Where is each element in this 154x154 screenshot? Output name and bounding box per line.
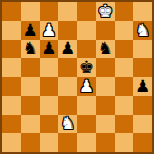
square-g1[interactable] bbox=[115, 133, 134, 152]
square-d7[interactable] bbox=[58, 21, 77, 40]
square-a6[interactable] bbox=[2, 40, 21, 59]
square-b1[interactable] bbox=[21, 133, 40, 152]
square-c6[interactable]: ♟ bbox=[40, 40, 59, 59]
piece-black-king[interactable]: ♚ bbox=[79, 59, 94, 76]
square-h5[interactable] bbox=[133, 58, 152, 77]
square-b2[interactable] bbox=[21, 115, 40, 134]
piece-white-pawn[interactable]: ♟ bbox=[41, 22, 56, 39]
square-h4[interactable]: ♟ bbox=[133, 77, 152, 96]
square-a5[interactable] bbox=[2, 58, 21, 77]
square-a4[interactable] bbox=[2, 77, 21, 96]
chess-board: ♚♟♟♞♞♟♟♞♚♟♟♞ bbox=[0, 0, 154, 154]
square-d6[interactable]: ♟ bbox=[58, 40, 77, 59]
square-e2[interactable] bbox=[77, 115, 96, 134]
square-h1[interactable] bbox=[133, 133, 152, 152]
square-h7[interactable]: ♞ bbox=[133, 21, 152, 40]
square-c8[interactable] bbox=[40, 2, 59, 21]
square-d1[interactable] bbox=[58, 133, 77, 152]
square-a2[interactable] bbox=[2, 115, 21, 134]
square-b8[interactable] bbox=[21, 2, 40, 21]
square-d2[interactable]: ♞ bbox=[58, 115, 77, 134]
square-b4[interactable] bbox=[21, 77, 40, 96]
piece-white-pawn[interactable]: ♟ bbox=[79, 78, 94, 95]
piece-black-pawn[interactable]: ♟ bbox=[60, 40, 75, 57]
square-e3[interactable] bbox=[77, 96, 96, 115]
square-g8[interactable] bbox=[115, 2, 134, 21]
piece-black-pawn[interactable]: ♟ bbox=[41, 40, 56, 57]
square-e1[interactable] bbox=[77, 133, 96, 152]
square-e6[interactable] bbox=[77, 40, 96, 59]
square-g5[interactable] bbox=[115, 58, 134, 77]
square-a3[interactable] bbox=[2, 96, 21, 115]
square-f5[interactable] bbox=[96, 58, 115, 77]
square-d4[interactable] bbox=[58, 77, 77, 96]
square-h6[interactable] bbox=[133, 40, 152, 59]
square-e5[interactable]: ♚ bbox=[77, 58, 96, 77]
square-e7[interactable] bbox=[77, 21, 96, 40]
square-e4[interactable]: ♟ bbox=[77, 77, 96, 96]
square-b7[interactable]: ♟ bbox=[21, 21, 40, 40]
piece-black-knight[interactable]: ♞ bbox=[98, 40, 113, 57]
square-f8[interactable]: ♚ bbox=[96, 2, 115, 21]
square-c5[interactable] bbox=[40, 58, 59, 77]
piece-black-pawn[interactable]: ♟ bbox=[23, 22, 38, 39]
piece-white-knight[interactable]: ♞ bbox=[135, 22, 150, 39]
square-f3[interactable] bbox=[96, 96, 115, 115]
square-f6[interactable]: ♞ bbox=[96, 40, 115, 59]
square-d5[interactable] bbox=[58, 58, 77, 77]
piece-black-pawn[interactable]: ♟ bbox=[135, 78, 150, 95]
square-b6[interactable]: ♞ bbox=[21, 40, 40, 59]
square-h3[interactable] bbox=[133, 96, 152, 115]
piece-black-knight[interactable]: ♞ bbox=[23, 40, 38, 57]
square-h2[interactable] bbox=[133, 115, 152, 134]
square-c3[interactable] bbox=[40, 96, 59, 115]
square-a7[interactable] bbox=[2, 21, 21, 40]
square-c2[interactable] bbox=[40, 115, 59, 134]
square-g6[interactable] bbox=[115, 40, 134, 59]
square-c7[interactable]: ♟ bbox=[40, 21, 59, 40]
square-b3[interactable] bbox=[21, 96, 40, 115]
square-f1[interactable] bbox=[96, 133, 115, 152]
square-a8[interactable] bbox=[2, 2, 21, 21]
square-f4[interactable] bbox=[96, 77, 115, 96]
square-b5[interactable] bbox=[21, 58, 40, 77]
square-c4[interactable] bbox=[40, 77, 59, 96]
square-g2[interactable] bbox=[115, 115, 134, 134]
square-g4[interactable] bbox=[115, 77, 134, 96]
square-f2[interactable] bbox=[96, 115, 115, 134]
square-g7[interactable] bbox=[115, 21, 134, 40]
piece-white-knight[interactable]: ♞ bbox=[60, 115, 75, 132]
square-f7[interactable] bbox=[96, 21, 115, 40]
square-h8[interactable] bbox=[133, 2, 152, 21]
square-d3[interactable] bbox=[58, 96, 77, 115]
square-a1[interactable] bbox=[2, 133, 21, 152]
square-d8[interactable] bbox=[58, 2, 77, 21]
square-g3[interactable] bbox=[115, 96, 134, 115]
piece-white-king[interactable]: ♚ bbox=[98, 3, 113, 20]
square-e8[interactable] bbox=[77, 2, 96, 21]
square-c1[interactable] bbox=[40, 133, 59, 152]
